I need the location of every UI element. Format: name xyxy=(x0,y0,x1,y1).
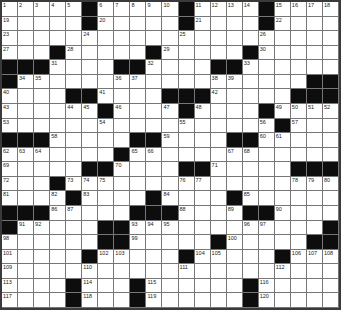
white-cell[interactable]: 16 xyxy=(291,2,307,17)
white-cell[interactable] xyxy=(146,75,162,90)
white-cell[interactable] xyxy=(275,75,291,90)
white-cell[interactable]: 29 xyxy=(162,46,178,61)
white-cell[interactable] xyxy=(18,293,34,308)
white-cell[interactable] xyxy=(66,235,82,250)
white-cell[interactable]: 76 xyxy=(179,177,195,192)
white-cell[interactable] xyxy=(50,162,66,177)
white-cell[interactable]: 12 xyxy=(211,2,227,17)
white-cell[interactable] xyxy=(211,279,227,294)
white-cell[interactable] xyxy=(114,293,130,308)
white-cell[interactable]: 59 xyxy=(162,133,178,148)
white-cell[interactable] xyxy=(162,235,178,250)
white-cell[interactable] xyxy=(114,206,130,221)
white-cell[interactable] xyxy=(275,235,291,250)
white-cell[interactable] xyxy=(162,17,178,32)
white-cell[interactable] xyxy=(34,177,50,192)
white-cell[interactable] xyxy=(211,221,227,236)
white-cell[interactable] xyxy=(34,31,50,46)
white-cell[interactable]: 50 xyxy=(291,104,307,119)
white-cell[interactable]: 87 xyxy=(66,206,82,221)
white-cell[interactable] xyxy=(179,191,195,206)
white-cell[interactable] xyxy=(34,250,50,265)
white-cell[interactable] xyxy=(50,221,66,236)
white-cell[interactable]: 2 xyxy=(18,2,34,17)
white-cell[interactable] xyxy=(243,177,259,192)
white-cell[interactable] xyxy=(146,177,162,192)
white-cell[interactable]: 23 xyxy=(2,31,18,46)
white-cell[interactable] xyxy=(82,221,98,236)
white-cell[interactable] xyxy=(323,46,339,61)
white-cell[interactable] xyxy=(275,46,291,61)
white-cell[interactable] xyxy=(82,148,98,163)
white-cell[interactable] xyxy=(195,221,211,236)
white-cell[interactable] xyxy=(34,119,50,134)
white-cell[interactable]: 8 xyxy=(130,2,146,17)
white-cell[interactable]: 54 xyxy=(98,119,114,134)
white-cell[interactable]: 55 xyxy=(179,119,195,134)
white-cell[interactable] xyxy=(98,75,114,90)
white-cell[interactable] xyxy=(82,206,98,221)
white-cell[interactable]: 110 xyxy=(82,264,98,279)
white-cell[interactable] xyxy=(307,264,323,279)
white-cell[interactable]: 96 xyxy=(243,221,259,236)
white-cell[interactable] xyxy=(50,293,66,308)
white-cell[interactable] xyxy=(146,264,162,279)
white-cell[interactable]: 5 xyxy=(66,2,82,17)
white-cell[interactable]: 93 xyxy=(130,221,146,236)
white-cell[interactable] xyxy=(211,133,227,148)
white-cell[interactable]: 27 xyxy=(2,46,18,61)
white-cell[interactable] xyxy=(275,148,291,163)
white-cell[interactable]: 60 xyxy=(259,133,275,148)
white-cell[interactable] xyxy=(323,191,339,206)
white-cell[interactable] xyxy=(18,119,34,134)
white-cell[interactable] xyxy=(243,119,259,134)
white-cell[interactable] xyxy=(130,162,146,177)
white-cell[interactable]: 101 xyxy=(2,250,18,265)
white-cell[interactable] xyxy=(307,46,323,61)
white-cell[interactable]: 51 xyxy=(307,104,323,119)
white-cell[interactable]: 67 xyxy=(227,148,243,163)
white-cell[interactable] xyxy=(291,293,307,308)
white-cell[interactable] xyxy=(211,177,227,192)
white-cell[interactable] xyxy=(259,191,275,206)
white-cell[interactable]: 66 xyxy=(146,148,162,163)
white-cell[interactable] xyxy=(114,177,130,192)
white-cell[interactable] xyxy=(259,148,275,163)
white-cell[interactable] xyxy=(323,279,339,294)
white-cell[interactable] xyxy=(50,264,66,279)
white-cell[interactable] xyxy=(307,148,323,163)
white-cell[interactable]: 100 xyxy=(227,235,243,250)
white-cell[interactable] xyxy=(114,89,130,104)
white-cell[interactable]: 53 xyxy=(2,119,18,134)
white-cell[interactable] xyxy=(275,293,291,308)
white-cell[interactable]: 64 xyxy=(34,148,50,163)
white-cell[interactable] xyxy=(146,250,162,265)
white-cell[interactable] xyxy=(66,162,82,177)
white-cell[interactable] xyxy=(179,148,195,163)
white-cell[interactable]: 83 xyxy=(82,191,98,206)
white-cell[interactable] xyxy=(227,119,243,134)
white-cell[interactable] xyxy=(307,293,323,308)
white-cell[interactable] xyxy=(50,104,66,119)
white-cell[interactable] xyxy=(291,133,307,148)
white-cell[interactable] xyxy=(291,206,307,221)
white-cell[interactable] xyxy=(307,206,323,221)
white-cell[interactable]: 95 xyxy=(162,221,178,236)
white-cell[interactable] xyxy=(243,264,259,279)
white-cell[interactable] xyxy=(291,264,307,279)
white-cell[interactable] xyxy=(18,104,34,119)
white-cell[interactable]: 71 xyxy=(211,162,227,177)
white-cell[interactable]: 9 xyxy=(146,2,162,17)
white-cell[interactable] xyxy=(211,46,227,61)
white-cell[interactable] xyxy=(211,293,227,308)
white-cell[interactable] xyxy=(195,31,211,46)
white-cell[interactable] xyxy=(162,264,178,279)
white-cell[interactable]: 43 xyxy=(2,104,18,119)
white-cell[interactable] xyxy=(66,119,82,134)
white-cell[interactable] xyxy=(323,31,339,46)
white-cell[interactable] xyxy=(34,191,50,206)
white-cell[interactable] xyxy=(195,133,211,148)
white-cell[interactable] xyxy=(227,162,243,177)
white-cell[interactable] xyxy=(275,221,291,236)
white-cell[interactable]: 41 xyxy=(98,89,114,104)
white-cell[interactable]: 3 xyxy=(34,2,50,17)
white-cell[interactable] xyxy=(50,17,66,32)
white-cell[interactable] xyxy=(34,235,50,250)
white-cell[interactable] xyxy=(162,75,178,90)
white-cell[interactable]: 118 xyxy=(82,293,98,308)
white-cell[interactable]: 15 xyxy=(275,2,291,17)
white-cell[interactable]: 65 xyxy=(130,148,146,163)
white-cell[interactable] xyxy=(291,31,307,46)
white-cell[interactable] xyxy=(66,264,82,279)
white-cell[interactable] xyxy=(259,235,275,250)
white-cell[interactable] xyxy=(34,264,50,279)
white-cell[interactable] xyxy=(259,264,275,279)
white-cell[interactable] xyxy=(114,191,130,206)
white-cell[interactable] xyxy=(98,293,114,308)
white-cell[interactable]: 49 xyxy=(275,104,291,119)
white-cell[interactable]: 115 xyxy=(146,279,162,294)
white-cell[interactable] xyxy=(307,119,323,134)
white-cell[interactable] xyxy=(82,46,98,61)
white-cell[interactable] xyxy=(146,31,162,46)
white-cell[interactable]: 58 xyxy=(50,133,66,148)
white-cell[interactable]: 85 xyxy=(243,191,259,206)
white-cell[interactable] xyxy=(323,119,339,134)
white-cell[interactable]: 81 xyxy=(2,191,18,206)
white-cell[interactable]: 72 xyxy=(2,177,18,192)
white-cell[interactable] xyxy=(146,17,162,32)
white-cell[interactable] xyxy=(98,46,114,61)
white-cell[interactable]: 62 xyxy=(2,148,18,163)
white-cell[interactable]: 38 xyxy=(211,75,227,90)
white-cell[interactable]: 10 xyxy=(162,2,178,17)
white-cell[interactable] xyxy=(323,293,339,308)
white-cell[interactable] xyxy=(291,279,307,294)
white-cell[interactable] xyxy=(227,221,243,236)
white-cell[interactable]: 42 xyxy=(211,89,227,104)
white-cell[interactable] xyxy=(114,264,130,279)
white-cell[interactable] xyxy=(34,89,50,104)
white-cell[interactable] xyxy=(323,264,339,279)
white-cell[interactable]: 107 xyxy=(307,250,323,265)
white-cell[interactable]: 33 xyxy=(243,60,259,75)
white-cell[interactable] xyxy=(195,119,211,134)
white-cell[interactable] xyxy=(146,119,162,134)
white-cell[interactable] xyxy=(66,75,82,90)
white-cell[interactable] xyxy=(243,89,259,104)
white-cell[interactable] xyxy=(66,17,82,32)
white-cell[interactable] xyxy=(98,133,114,148)
white-cell[interactable] xyxy=(50,279,66,294)
white-cell[interactable] xyxy=(18,279,34,294)
white-cell[interactable]: 34 xyxy=(18,75,34,90)
white-cell[interactable] xyxy=(211,148,227,163)
white-cell[interactable] xyxy=(50,75,66,90)
white-cell[interactable] xyxy=(66,60,82,75)
white-cell[interactable] xyxy=(243,162,259,177)
white-cell[interactable] xyxy=(130,264,146,279)
white-cell[interactable] xyxy=(66,221,82,236)
white-cell[interactable] xyxy=(146,235,162,250)
white-cell[interactable]: 89 xyxy=(227,206,243,221)
white-cell[interactable] xyxy=(18,31,34,46)
white-cell[interactable] xyxy=(114,31,130,46)
white-cell[interactable] xyxy=(227,293,243,308)
white-cell[interactable]: 11 xyxy=(195,2,211,17)
white-cell[interactable]: 75 xyxy=(98,177,114,192)
white-cell[interactable] xyxy=(307,191,323,206)
white-cell[interactable] xyxy=(82,75,98,90)
white-cell[interactable] xyxy=(195,191,211,206)
white-cell[interactable] xyxy=(275,60,291,75)
white-cell[interactable]: 68 xyxy=(243,148,259,163)
white-cell[interactable] xyxy=(114,46,130,61)
white-cell[interactable] xyxy=(18,46,34,61)
white-cell[interactable]: 25 xyxy=(179,31,195,46)
white-cell[interactable] xyxy=(130,177,146,192)
white-cell[interactable]: 88 xyxy=(179,206,195,221)
white-cell[interactable] xyxy=(98,148,114,163)
white-cell[interactable]: 104 xyxy=(195,250,211,265)
white-cell[interactable]: 114 xyxy=(82,279,98,294)
white-cell[interactable] xyxy=(259,89,275,104)
white-cell[interactable]: 52 xyxy=(323,104,339,119)
white-cell[interactable] xyxy=(50,31,66,46)
white-cell[interactable] xyxy=(291,60,307,75)
white-cell[interactable] xyxy=(323,60,339,75)
white-cell[interactable] xyxy=(50,148,66,163)
white-cell[interactable] xyxy=(162,60,178,75)
white-cell[interactable] xyxy=(243,75,259,90)
white-cell[interactable] xyxy=(243,104,259,119)
white-cell[interactable] xyxy=(291,148,307,163)
white-cell[interactable] xyxy=(291,235,307,250)
white-cell[interactable]: 4 xyxy=(50,2,66,17)
white-cell[interactable]: 28 xyxy=(66,46,82,61)
white-cell[interactable] xyxy=(34,279,50,294)
white-cell[interactable] xyxy=(162,148,178,163)
white-cell[interactable] xyxy=(179,133,195,148)
white-cell[interactable]: 35 xyxy=(34,75,50,90)
white-cell[interactable]: 97 xyxy=(259,221,275,236)
white-cell[interactable] xyxy=(211,191,227,206)
white-cell[interactable]: 73 xyxy=(66,177,82,192)
white-cell[interactable] xyxy=(211,206,227,221)
white-cell[interactable] xyxy=(66,133,82,148)
white-cell[interactable]: 78 xyxy=(291,177,307,192)
white-cell[interactable]: 111 xyxy=(179,264,195,279)
white-cell[interactable] xyxy=(34,17,50,32)
white-cell[interactable]: 112 xyxy=(275,264,291,279)
white-cell[interactable] xyxy=(243,250,259,265)
white-cell[interactable] xyxy=(307,31,323,46)
white-cell[interactable] xyxy=(34,46,50,61)
white-cell[interactable] xyxy=(130,104,146,119)
white-cell[interactable] xyxy=(291,17,307,32)
white-cell[interactable]: 45 xyxy=(82,104,98,119)
white-cell[interactable] xyxy=(227,89,243,104)
white-cell[interactable] xyxy=(98,60,114,75)
white-cell[interactable] xyxy=(130,31,146,46)
white-cell[interactable] xyxy=(114,279,130,294)
white-cell[interactable] xyxy=(98,191,114,206)
white-cell[interactable] xyxy=(179,60,195,75)
white-cell[interactable] xyxy=(66,148,82,163)
white-cell[interactable] xyxy=(34,162,50,177)
white-cell[interactable]: 77 xyxy=(195,177,211,192)
white-cell[interactable] xyxy=(50,119,66,134)
white-cell[interactable] xyxy=(162,279,178,294)
white-cell[interactable] xyxy=(98,206,114,221)
white-cell[interactable]: 105 xyxy=(211,250,227,265)
white-cell[interactable] xyxy=(259,162,275,177)
white-cell[interactable]: 91 xyxy=(18,221,34,236)
white-cell[interactable] xyxy=(195,264,211,279)
white-cell[interactable]: 40 xyxy=(2,89,18,104)
white-cell[interactable] xyxy=(162,250,178,265)
white-cell[interactable] xyxy=(50,89,66,104)
white-cell[interactable]: 24 xyxy=(82,31,98,46)
white-cell[interactable] xyxy=(227,177,243,192)
white-cell[interactable] xyxy=(227,279,243,294)
white-cell[interactable]: 46 xyxy=(114,104,130,119)
white-cell[interactable] xyxy=(82,133,98,148)
white-cell[interactable] xyxy=(211,104,227,119)
white-cell[interactable] xyxy=(130,46,146,61)
white-cell[interactable] xyxy=(162,31,178,46)
white-cell[interactable] xyxy=(82,119,98,134)
white-cell[interactable]: 109 xyxy=(2,264,18,279)
white-cell[interactable] xyxy=(195,235,211,250)
white-cell[interactable] xyxy=(179,293,195,308)
white-cell[interactable]: 57 xyxy=(291,119,307,134)
white-cell[interactable] xyxy=(18,89,34,104)
white-cell[interactable] xyxy=(259,177,275,192)
white-cell[interactable] xyxy=(18,17,34,32)
white-cell[interactable]: 70 xyxy=(114,162,130,177)
white-cell[interactable] xyxy=(211,31,227,46)
white-cell[interactable]: 69 xyxy=(2,162,18,177)
white-cell[interactable]: 80 xyxy=(323,177,339,192)
white-cell[interactable] xyxy=(195,148,211,163)
white-cell[interactable] xyxy=(18,162,34,177)
white-cell[interactable] xyxy=(50,250,66,265)
white-cell[interactable] xyxy=(162,162,178,177)
white-cell[interactable] xyxy=(211,17,227,32)
white-cell[interactable] xyxy=(18,177,34,192)
white-cell[interactable]: 106 xyxy=(291,250,307,265)
white-cell[interactable] xyxy=(307,279,323,294)
white-cell[interactable] xyxy=(146,89,162,104)
white-cell[interactable]: 102 xyxy=(98,250,114,265)
white-cell[interactable] xyxy=(275,31,291,46)
white-cell[interactable] xyxy=(227,31,243,46)
white-cell[interactable] xyxy=(275,89,291,104)
white-cell[interactable]: 30 xyxy=(259,46,275,61)
white-cell[interactable] xyxy=(291,46,307,61)
white-cell[interactable]: 61 xyxy=(275,133,291,148)
white-cell[interactable] xyxy=(291,221,307,236)
white-cell[interactable] xyxy=(291,75,307,90)
white-cell[interactable]: 36 xyxy=(114,75,130,90)
white-cell[interactable] xyxy=(18,235,34,250)
white-cell[interactable] xyxy=(179,235,195,250)
white-cell[interactable] xyxy=(211,119,227,134)
white-cell[interactable]: 117 xyxy=(2,293,18,308)
white-cell[interactable] xyxy=(307,221,323,236)
white-cell[interactable] xyxy=(179,279,195,294)
white-cell[interactable]: 31 xyxy=(50,60,66,75)
white-cell[interactable]: 47 xyxy=(162,104,178,119)
white-cell[interactable] xyxy=(162,177,178,192)
white-cell[interactable]: 116 xyxy=(259,279,275,294)
white-cell[interactable] xyxy=(323,148,339,163)
white-cell[interactable] xyxy=(323,133,339,148)
white-cell[interactable]: 7 xyxy=(114,2,130,17)
white-cell[interactable]: 21 xyxy=(195,17,211,32)
white-cell[interactable]: 37 xyxy=(130,75,146,90)
white-cell[interactable]: 44 xyxy=(66,104,82,119)
white-cell[interactable] xyxy=(275,279,291,294)
white-cell[interactable] xyxy=(114,119,130,134)
white-cell[interactable] xyxy=(195,206,211,221)
white-cell[interactable] xyxy=(323,17,339,32)
white-cell[interactable] xyxy=(130,119,146,134)
white-cell[interactable] xyxy=(195,46,211,61)
white-cell[interactable]: 82 xyxy=(50,191,66,206)
white-cell[interactable] xyxy=(179,221,195,236)
white-cell[interactable] xyxy=(130,250,146,265)
white-cell[interactable] xyxy=(18,250,34,265)
white-cell[interactable]: 63 xyxy=(18,148,34,163)
white-cell[interactable] xyxy=(291,191,307,206)
white-cell[interactable]: 1 xyxy=(2,2,18,17)
white-cell[interactable]: 22 xyxy=(275,17,291,32)
white-cell[interactable]: 103 xyxy=(114,250,130,265)
white-cell[interactable] xyxy=(323,206,339,221)
white-cell[interactable] xyxy=(179,75,195,90)
white-cell[interactable] xyxy=(114,17,130,32)
white-cell[interactable]: 86 xyxy=(50,206,66,221)
white-cell[interactable] xyxy=(162,119,178,134)
white-cell[interactable] xyxy=(18,191,34,206)
